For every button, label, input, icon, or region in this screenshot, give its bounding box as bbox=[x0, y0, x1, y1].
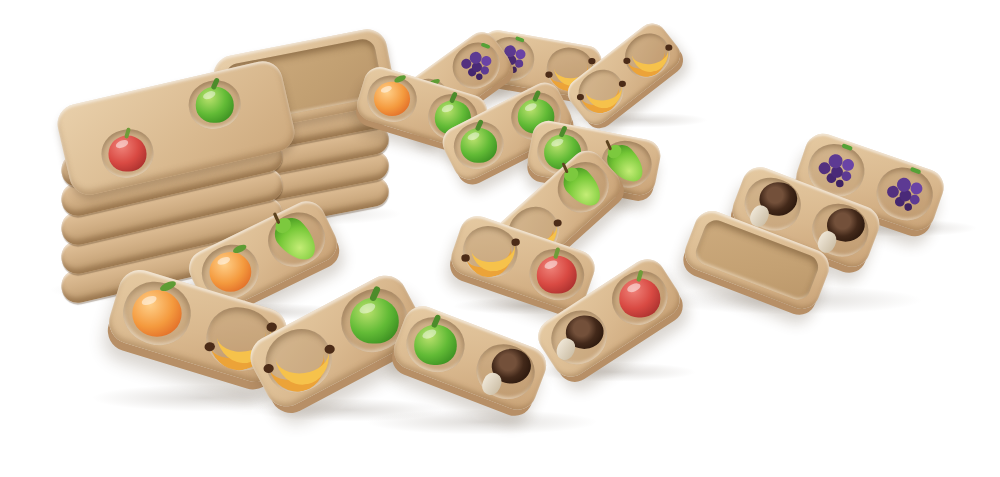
green-pepper-icon bbox=[196, 87, 234, 123]
orange-icon bbox=[132, 290, 181, 337]
domino-banana-banana[interactable] bbox=[562, 18, 686, 131]
ground-shadow bbox=[362, 409, 602, 435]
mushroom-icon bbox=[813, 207, 866, 254]
mushroom-icon bbox=[552, 314, 605, 361]
red-apple-icon bbox=[536, 256, 576, 294]
mushroom-icon bbox=[478, 347, 533, 395]
green-pepper-icon bbox=[350, 298, 399, 344]
grapes-icon bbox=[878, 169, 931, 218]
fruit-well bbox=[115, 274, 198, 353]
green-pear-icon bbox=[269, 212, 324, 268]
fruit-well bbox=[97, 124, 158, 182]
fruit-well bbox=[456, 219, 524, 284]
fruit-well bbox=[602, 261, 677, 335]
orange-icon bbox=[209, 252, 251, 292]
green-pear-icon bbox=[558, 162, 608, 213]
red-apple-icon bbox=[619, 279, 660, 318]
fruit-well bbox=[361, 70, 422, 128]
fruit-well bbox=[522, 242, 590, 307]
grapes-icon bbox=[453, 45, 498, 87]
mushroom-icon bbox=[746, 181, 799, 228]
banana-icon bbox=[462, 231, 518, 272]
scene bbox=[0, 0, 1000, 477]
orange-icon bbox=[374, 82, 410, 116]
fruit-well bbox=[398, 309, 472, 380]
banana-icon bbox=[624, 39, 671, 73]
domino-green-pepper-mushroom[interactable] bbox=[388, 301, 551, 415]
green-pepper-icon bbox=[414, 324, 457, 364]
fruit-well bbox=[468, 336, 542, 407]
red-apple-icon bbox=[109, 136, 147, 172]
banana-icon bbox=[264, 336, 332, 386]
fruit-well bbox=[184, 75, 245, 133]
banana-icon bbox=[577, 75, 624, 109]
green-pepper-icon bbox=[460, 128, 496, 163]
